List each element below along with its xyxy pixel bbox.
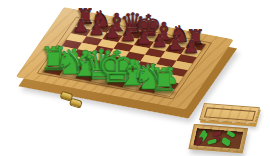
latch-right-plate	[69, 98, 83, 109]
piece-maroon-pawn[interactable]: ♟	[183, 37, 199, 55]
piece-maroon-pawn[interactable]: ♟	[104, 22, 120, 40]
piece-maroon-pawn[interactable]: ♟	[152, 31, 168, 49]
storage-box	[189, 124, 249, 153]
piece-maroon-pawn[interactable]: ♟	[136, 28, 152, 46]
storage-box-interior	[193, 128, 243, 149]
stored-piece-maroon	[212, 131, 222, 137]
chess-set-product-photo: ♜♞♝♛♚♝♞♜♟♟♟♟♟♟♟♟♟♟♟♟♟♟♟♟♜♞♝♛♚♝♞♜	[0, 0, 270, 156]
storage-box-lid	[199, 103, 260, 124]
lid-pinstripe	[204, 107, 256, 121]
piece-maroon-pawn[interactable]: ♟	[167, 34, 183, 52]
piece-green-rook[interactable]: ♜	[150, 64, 179, 96]
piece-maroon-pawn[interactable]: ♟	[89, 19, 105, 37]
piece-maroon-pawn[interactable]: ♟	[73, 16, 89, 34]
stored-piece-green	[207, 139, 217, 145]
stored-piece-green	[226, 130, 236, 137]
